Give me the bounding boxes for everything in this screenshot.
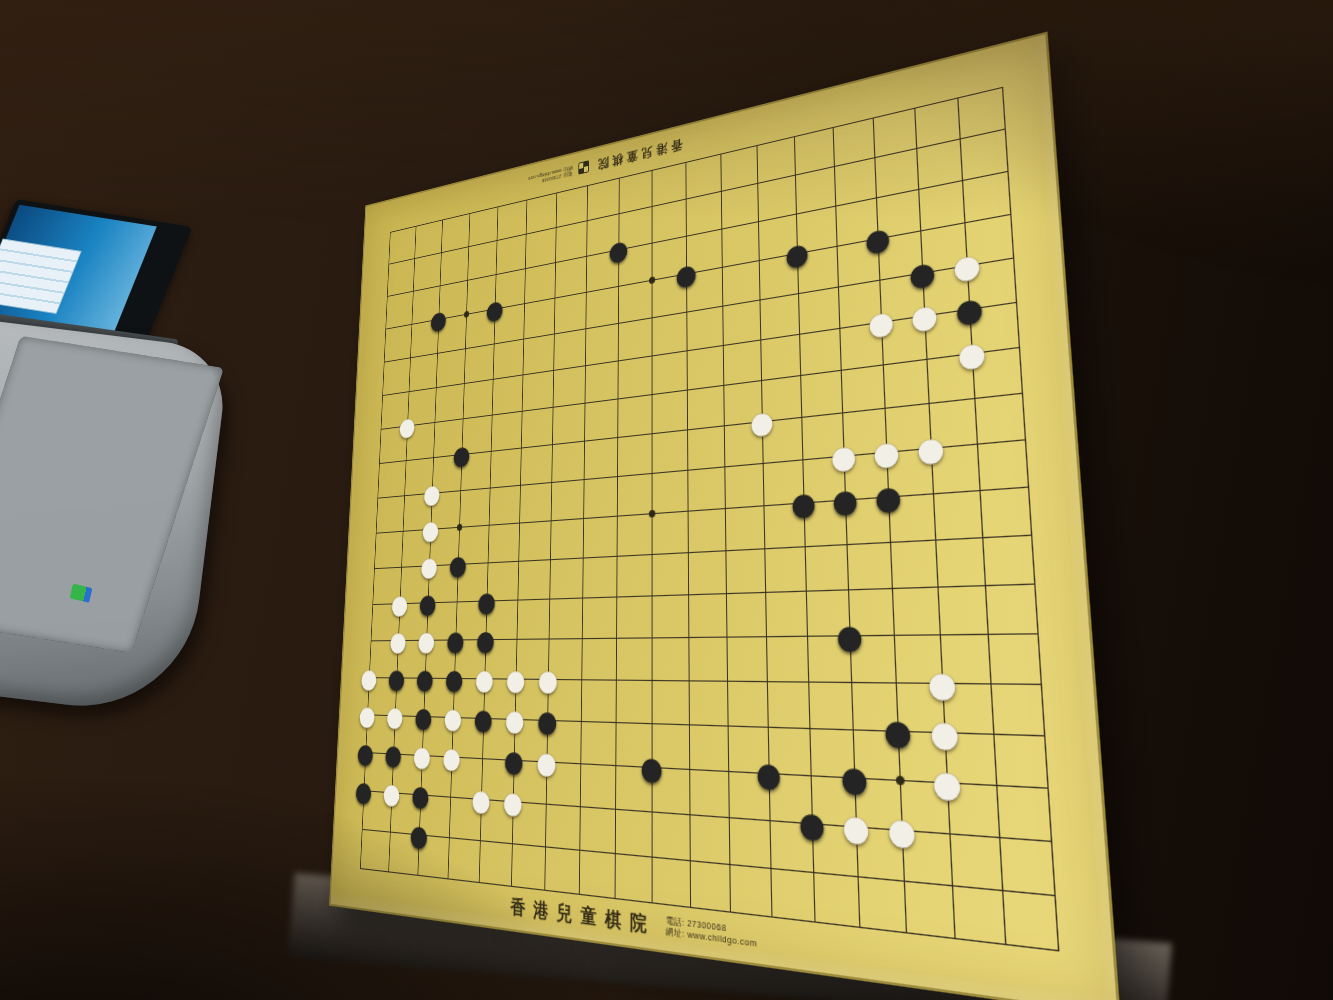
brand-contact-bottom: 電話: 27300068 網址: www.childgo.com — [666, 915, 758, 949]
white-stone: ● — [465, 777, 497, 820]
black-stone: ● — [783, 479, 825, 525]
black-stone: ● — [443, 544, 473, 583]
white-stone: ● — [901, 290, 947, 340]
star-point — [896, 776, 905, 786]
black-stone: ● — [467, 698, 499, 739]
laptop-keyboard — [0, 336, 224, 653]
white-stone: ● — [436, 736, 467, 777]
brand-contact-top: 電話: 27300068 網址: www.childgo.com — [528, 165, 573, 187]
black-stone: ● — [866, 472, 912, 520]
white-stone: ● — [742, 398, 782, 444]
black-stone: ● — [424, 300, 453, 339]
white-stone: ● — [907, 423, 954, 472]
brand-logo-icon — [578, 161, 589, 175]
white-stone: ● — [948, 328, 997, 379]
go-board: 香港兒童棋院 電話: 27300068 網址: www.childgo.com … — [331, 34, 1118, 1000]
white-stone: ● — [859, 297, 903, 346]
black-stone: ● — [748, 749, 790, 798]
white-stone: ● — [393, 406, 421, 444]
black-stone: ● — [602, 228, 635, 271]
black-stone: ● — [404, 813, 435, 856]
black-stone: ● — [790, 798, 834, 850]
black-stone: ● — [480, 289, 510, 329]
photo-scene: 香港兒童棋院 電話: 27300068 網址: www.childgo.com … — [0, 0, 1333, 1000]
black-stone: ● — [856, 214, 899, 263]
black-stone: ● — [669, 251, 704, 295]
white-stone: ● — [922, 756, 973, 809]
black-stone: ● — [874, 706, 922, 756]
white-stone: ● — [530, 740, 564, 784]
black-stone: ● — [777, 230, 817, 277]
black-stone: ● — [447, 434, 477, 473]
white-stone: ● — [833, 800, 880, 853]
board-grid — [360, 87, 1059, 952]
black-stone: ● — [633, 744, 670, 790]
white-stone: ● — [377, 772, 407, 813]
black-stone: ● — [349, 770, 378, 810]
black-stone: ● — [827, 612, 872, 659]
white-stone: ● — [878, 803, 927, 857]
laptop-base — [0, 321, 230, 719]
white-stone: ● — [496, 779, 529, 823]
black-stone: ● — [823, 476, 867, 523]
